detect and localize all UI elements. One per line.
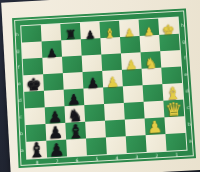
- coord-label: g: [14, 43, 22, 60]
- black-pawn-h5[interactable]: ♟: [80, 23, 100, 40]
- board-frame: ♜♟♟♚♟♟♟♞♟♝♝♟♝♟♟♚♟♞♟♝♛♟ 87654321 hgfedcba…: [12, 8, 196, 168]
- coord-label: c: [17, 108, 25, 125]
- black-pawn-e5[interactable]: ♟: [83, 72, 104, 90]
- yellow-knight-f2[interactable]: ♞: [141, 53, 162, 71]
- coord-label: f: [15, 59, 23, 76]
- coord-label: e: [182, 66, 190, 83]
- yellow-pawn-h2[interactable]: ♟: [139, 20, 160, 37]
- coord-label: 8: [27, 159, 47, 165]
- board-tilt: ♜♟♟♚♟♟♟♞♟♝♝♟♝♟♟♚♟♞♟♝♛♟ 87654321 hgfedcba…: [4, 0, 200, 172]
- yellow-pawn-e4[interactable]: ♟: [102, 71, 123, 89]
- coord-label: 2: [147, 153, 167, 159]
- coord-label: g: [180, 33, 188, 50]
- coord-label: d: [183, 83, 191, 100]
- pieces-layer: ♜♟♟♚♟♟♟♞♟♝♝♟♝♟♟♚♟♞♟♝♛♟: [21, 18, 186, 159]
- yellow-pawn-b2[interactable]: ♟: [145, 119, 166, 137]
- black-pawn-a7[interactable]: ♟: [46, 141, 67, 159]
- black-rook-h6[interactable]: ♜: [60, 24, 80, 41]
- coord-label: c: [184, 99, 192, 116]
- black-bishop-b6[interactable]: ♝: [65, 123, 86, 141]
- coord-label: e: [16, 75, 24, 92]
- coord-label: b: [185, 116, 193, 133]
- coord-label: f: [181, 50, 189, 67]
- coord-label: d: [16, 92, 24, 109]
- yellow-pawn-h3[interactable]: ♟: [119, 21, 140, 38]
- coord-label: 7: [47, 158, 67, 164]
- coord-label: a: [186, 132, 194, 149]
- yellow-bishop-h4[interactable]: ♝: [100, 22, 121, 39]
- black-pawn-g7[interactable]: ♟: [42, 42, 62, 59]
- black-bishop-a8[interactable]: ♝: [26, 142, 47, 160]
- coord-label: 6: [67, 157, 87, 163]
- coord-label: 3: [127, 154, 147, 160]
- coord-label: h: [13, 26, 21, 43]
- yellow-pawn-f3[interactable]: ♟: [121, 54, 142, 72]
- coord-label: a: [18, 142, 26, 159]
- photo-scene: ♜♟♟♚♟♟♟♞♟♝♝♟♝♟♟♚♟♞♟♝♛♟ 87654321 hgfedcba…: [0, 0, 200, 172]
- black-king-e8[interactable]: ♚: [24, 76, 44, 94]
- coord-label: h: [179, 17, 187, 34]
- yellow-queen-c1[interactable]: ♛: [163, 101, 184, 119]
- yellow-king-h1[interactable]: ♚: [158, 19, 179, 36]
- coord-label: b: [18, 125, 26, 142]
- coord-label: 4: [107, 155, 127, 161]
- coord-label: 5: [87, 156, 107, 162]
- coord-label: 1: [167, 152, 187, 158]
- board-mat: ♜♟♟♚♟♟♟♞♟♝♝♟♝♟♟♚♟♞♟♝♛♟ 87654321 hgfedcba…: [1, 0, 200, 172]
